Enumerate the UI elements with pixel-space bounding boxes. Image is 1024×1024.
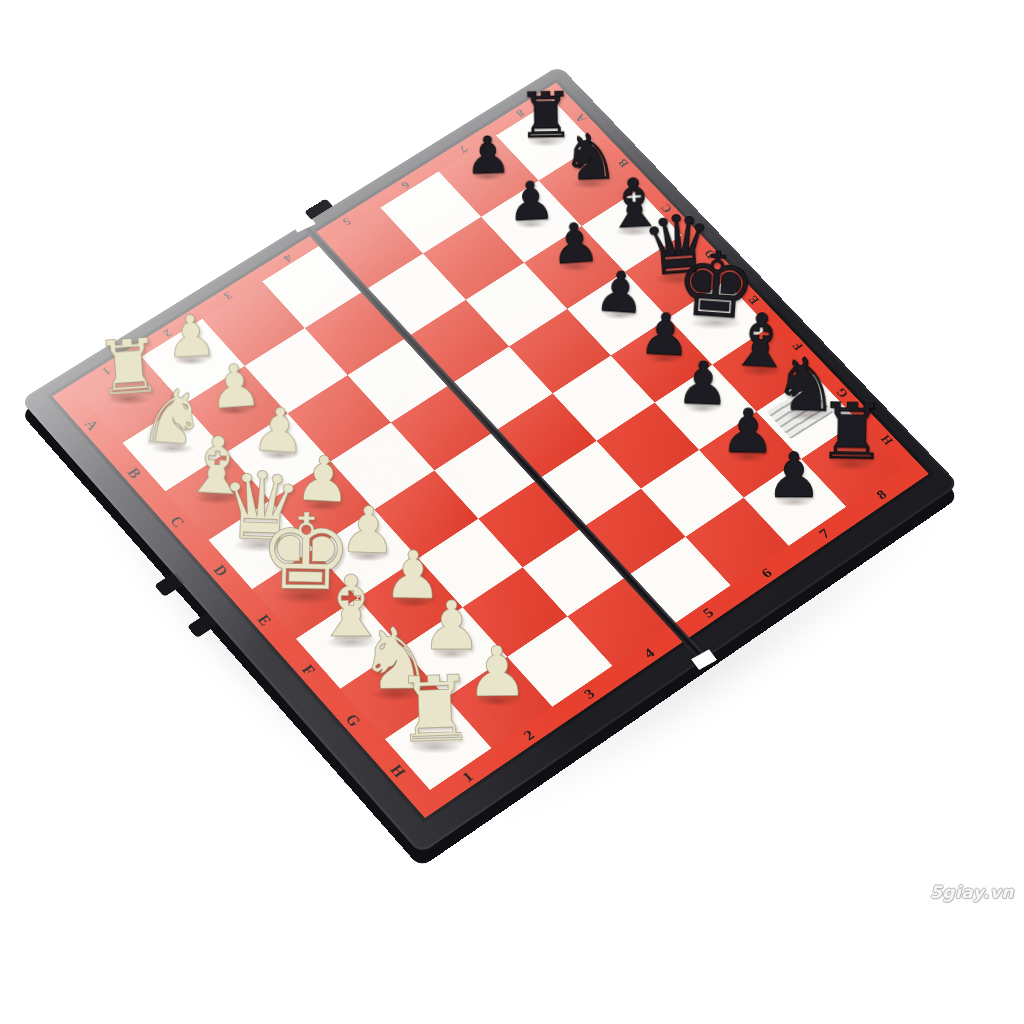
squares-grid	[80, 100, 903, 790]
chess-set-photo: AABBCCDDEEFFGGHH1122334455667788 ♜♞♝♛♚♝♞…	[0, 0, 1024, 1024]
watermark: 5giay.vn	[930, 882, 1014, 902]
chess-board: AABBCCDDEEFFGGHH1122334455667788	[80, 100, 903, 790]
